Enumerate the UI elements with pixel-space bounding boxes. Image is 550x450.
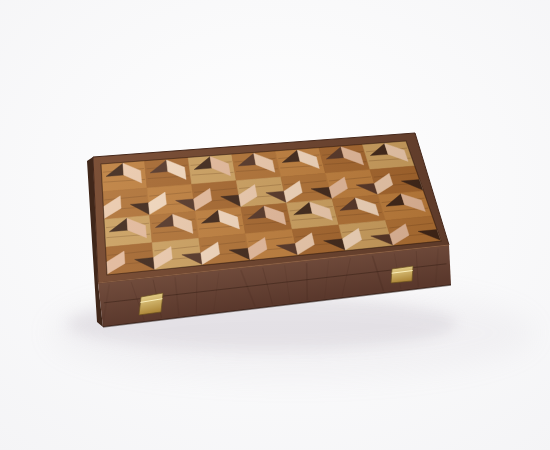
grain-streak xyxy=(196,275,197,314)
grain-streak xyxy=(307,263,308,300)
clasp-plate xyxy=(391,266,413,283)
clasp-right xyxy=(391,266,413,283)
backgammon-case-photo xyxy=(0,0,550,450)
product-photo xyxy=(0,0,550,450)
